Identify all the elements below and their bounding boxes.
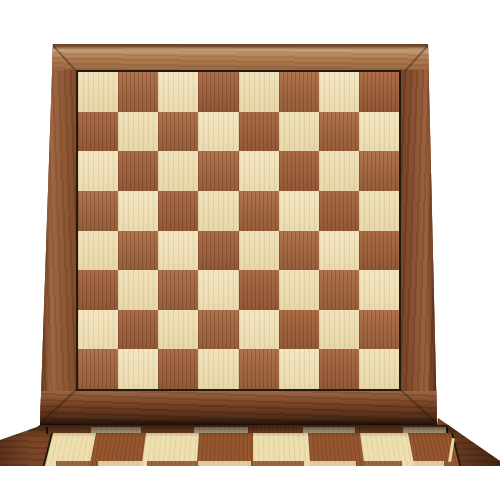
board-frame-top [40,44,437,70]
board-square-c8 [158,72,198,112]
board-square-c6 [158,151,198,191]
board-square-a3 [78,270,118,310]
board-frame-left [40,44,78,425]
board-frame-bottom [40,391,437,425]
board-square-g3 [319,270,359,310]
board-square-g4 [319,231,359,271]
board-square-b8 [118,72,158,112]
flat-board-square [356,461,402,466]
board-square-e8 [239,72,279,112]
board-square-d6 [198,151,238,191]
board-square-d4 [198,231,238,271]
board-square-h1 [359,349,399,389]
board-square-e5 [239,191,279,231]
board-square-h5 [359,191,399,231]
board-square-f7 [279,112,319,152]
board-square-f1 [279,349,319,389]
standing-board-shadow [28,425,472,437]
board-square-c1 [158,349,198,389]
board-square-e7 [239,112,279,152]
flat-board-square [198,461,251,466]
board-square-h2 [359,310,399,350]
board-square-g6 [319,151,359,191]
board-square-c4 [158,231,198,271]
board-square-e1 [239,349,279,389]
board-square-e2 [239,310,279,350]
board-square-g2 [319,310,359,350]
board-pinline-border [76,70,401,391]
board-square-h6 [359,151,399,191]
flat-board-next-row-sliver [56,461,444,466]
board-square-f6 [279,151,319,191]
board-square-h4 [359,231,399,271]
board-square-a4 [78,231,118,271]
flat-board-square [402,461,444,466]
board-square-g5 [319,191,359,231]
board-square-a5 [78,191,118,231]
photo-scene [0,0,500,500]
board-square-a6 [78,151,118,191]
board-square-g1 [319,349,359,389]
board-square-f3 [279,270,319,310]
board-square-f8 [279,72,319,112]
board-square-b4 [118,231,158,271]
board-square-g7 [319,112,359,152]
flat-board-square [147,461,198,466]
standing-board-grid [78,72,399,389]
board-square-c3 [158,270,198,310]
flat-board-square [98,461,147,466]
board-square-b5 [118,191,158,231]
board-square-f4 [279,231,319,271]
board-square-b1 [118,349,158,389]
board-square-b7 [118,112,158,152]
flat-board-square [56,461,98,466]
board-square-d1 [198,349,238,389]
board-square-b2 [118,310,158,350]
board-square-a1 [78,349,118,389]
board-square-e3 [239,270,279,310]
board-square-f5 [279,191,319,231]
board-square-f2 [279,310,319,350]
board-square-h8 [359,72,399,112]
board-square-d3 [198,270,238,310]
board-square-e6 [239,151,279,191]
board-frame-right [399,44,437,425]
board-square-a7 [78,112,118,152]
board-square-d7 [198,112,238,152]
flat-board-square [304,461,355,466]
board-square-c7 [158,112,198,152]
board-square-c5 [158,191,198,231]
board-square-d8 [198,72,238,112]
board-square-b6 [118,151,158,191]
board-square-h3 [359,270,399,310]
flat-board-square [251,461,304,466]
board-square-b3 [118,270,158,310]
standing-chessboard [40,44,437,425]
board-square-a8 [78,72,118,112]
board-square-h7 [359,112,399,152]
board-square-a2 [78,310,118,350]
board-square-d5 [198,191,238,231]
board-square-e4 [239,231,279,271]
board-square-c2 [158,310,198,350]
board-square-g8 [319,72,359,112]
board-square-d2 [198,310,238,350]
